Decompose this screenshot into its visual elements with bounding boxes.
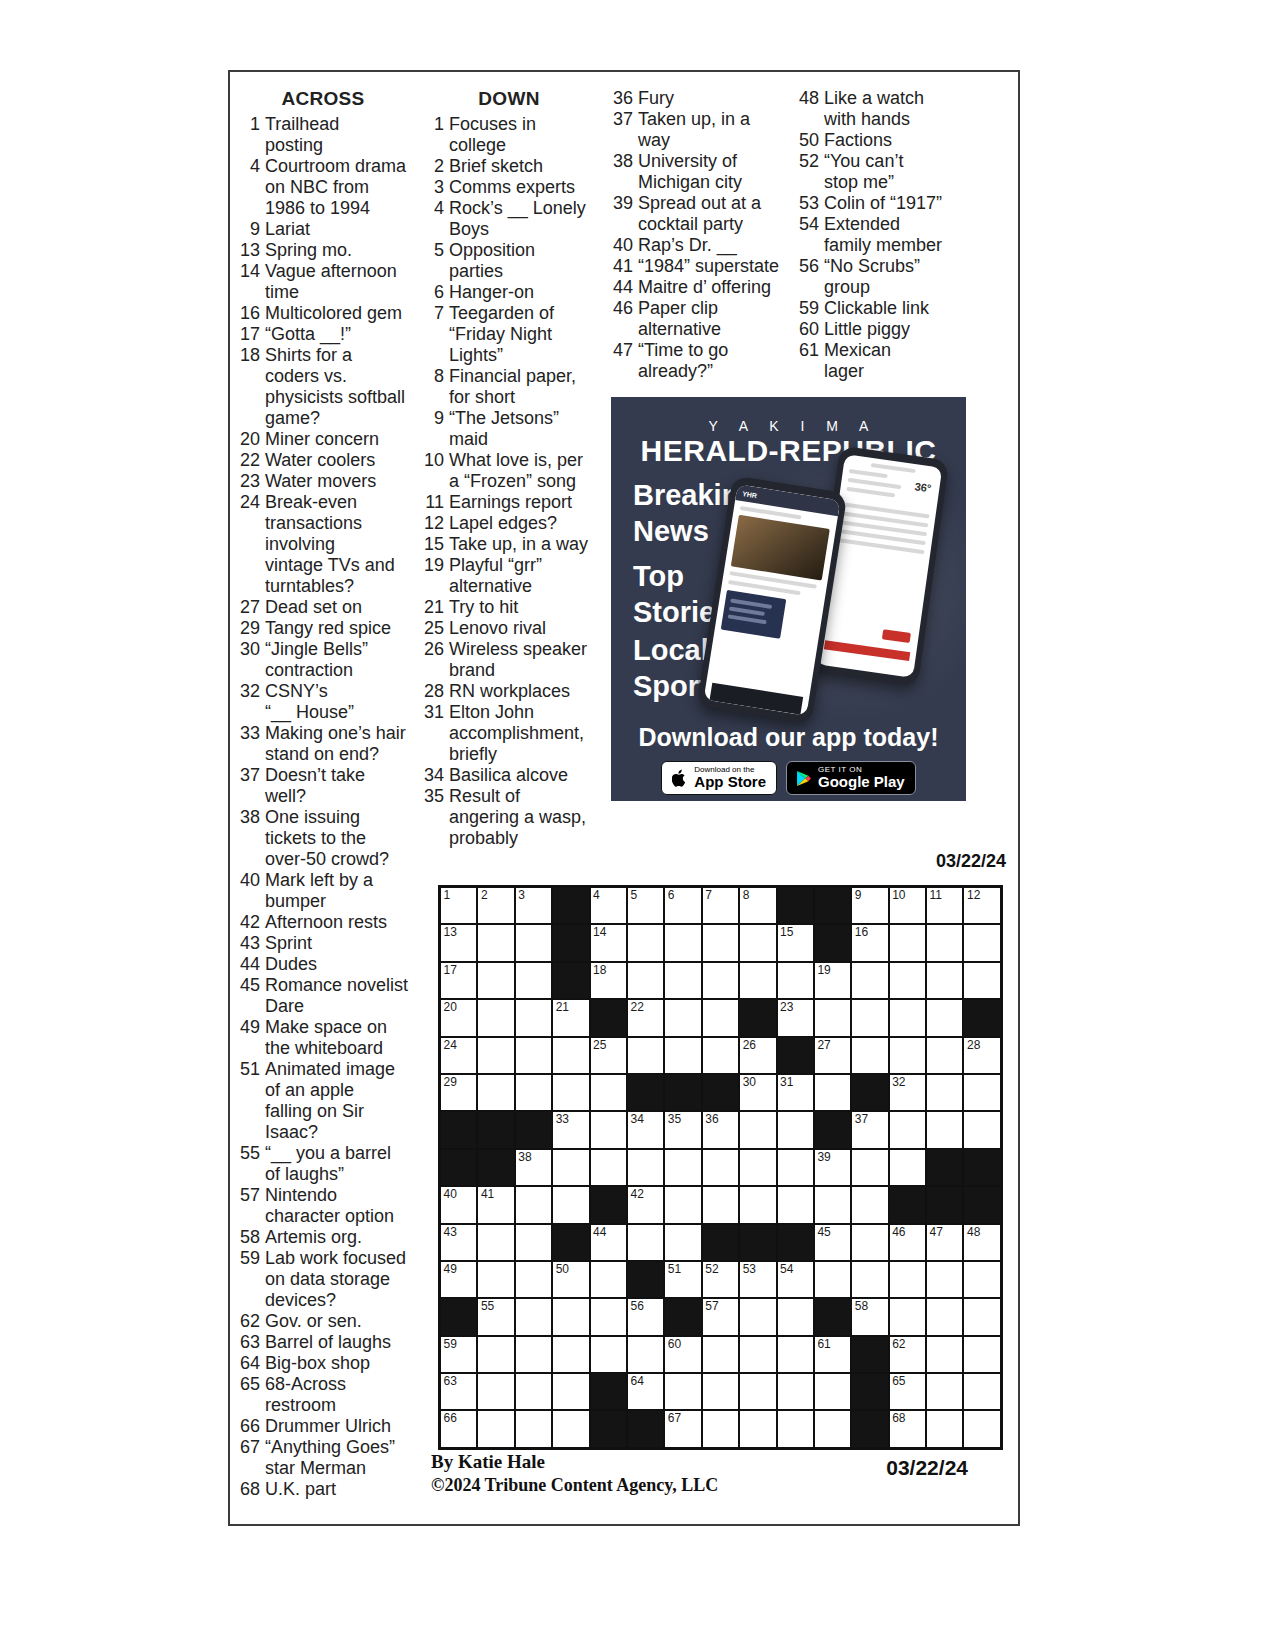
- grid-cell-black: [964, 1000, 999, 1035]
- clue-text: Spread out at a cocktail party: [638, 193, 761, 235]
- grid-cell[interactable]: [516, 1374, 551, 1409]
- grid-cell[interactable]: [740, 1187, 775, 1222]
- grid-cell[interactable]: [740, 1411, 775, 1446]
- clue-item: 59Clickable link: [797, 298, 977, 319]
- grid-cell[interactable]: [927, 963, 962, 998]
- grid-cell[interactable]: 54: [778, 1262, 813, 1297]
- grid-cell[interactable]: 52: [703, 1262, 738, 1297]
- clue-item: 40Mark left by a bumper: [238, 870, 420, 912]
- grid-cell[interactable]: [703, 1000, 738, 1035]
- clue-text: Big-box shop: [265, 1353, 370, 1374]
- grid-cell[interactable]: [703, 1411, 738, 1446]
- grid-cell[interactable]: [478, 1038, 513, 1073]
- grid-cell[interactable]: 4: [591, 888, 626, 923]
- grid-cell[interactable]: [553, 1411, 588, 1446]
- grid-cell[interactable]: [815, 1075, 850, 1110]
- grid-cell-black: [591, 1187, 626, 1222]
- grid-cell[interactable]: [591, 1262, 626, 1297]
- grid-cell[interactable]: [553, 1150, 588, 1185]
- grid-cell[interactable]: [665, 1150, 700, 1185]
- cell-number: 46: [892, 1226, 905, 1238]
- ad-masthead-kicker: Y A K I M A: [611, 418, 966, 434]
- clue-item: 40Rap’s Dr. __: [611, 235, 795, 256]
- cell-number: 8: [743, 889, 750, 901]
- clue-item: 66Drummer Ulrich: [238, 1416, 420, 1437]
- clue-number: 42: [238, 912, 260, 933]
- clue-number: 9: [424, 408, 444, 429]
- cell-number: 60: [668, 1338, 681, 1350]
- grid-cell[interactable]: [703, 1337, 738, 1372]
- grid-cell[interactable]: 55: [478, 1299, 513, 1334]
- down-clues-column-2: 36Fury37Taken up, in a way38University o…: [611, 88, 795, 382]
- grid-cell[interactable]: 56: [628, 1299, 663, 1334]
- grid-cell[interactable]: [890, 963, 925, 998]
- grid-cell[interactable]: [516, 1187, 551, 1222]
- clue-number: 23: [238, 471, 260, 492]
- cell-number: 45: [817, 1226, 830, 1238]
- grid-cell[interactable]: 37: [852, 1112, 887, 1147]
- grid-cell[interactable]: 18: [591, 963, 626, 998]
- cell-number: 21: [556, 1001, 569, 1013]
- grid-cell[interactable]: 51: [665, 1262, 700, 1297]
- grid-cell[interactable]: [740, 1374, 775, 1409]
- clue-item: 42Afternoon rests: [238, 912, 420, 933]
- grid-cell[interactable]: 40: [441, 1187, 476, 1222]
- clue-text: Like a watch with hands: [824, 88, 924, 130]
- clue-number: 60: [797, 319, 819, 340]
- grid-cell[interactable]: [890, 925, 925, 960]
- down-clue-list-1: 1Focuses in college2Brief sketch3Comms e…: [424, 114, 608, 849]
- grid-cell[interactable]: 36: [703, 1112, 738, 1147]
- clue-number: 64: [238, 1353, 260, 1374]
- grid-cell[interactable]: 19: [815, 963, 850, 998]
- grid-cell[interactable]: [927, 1075, 962, 1110]
- clue-text: Teegarden of “Friday Night Lights”: [449, 303, 554, 366]
- clue-item: 45Romance novelist Dare: [238, 975, 420, 1017]
- grid-cell[interactable]: [478, 1337, 513, 1372]
- clue-text: Water movers: [265, 471, 376, 492]
- grid-cell[interactable]: 41: [478, 1187, 513, 1222]
- grid-cell[interactable]: [778, 1150, 813, 1185]
- grid-cell-black: [890, 1187, 925, 1222]
- grid-cell[interactable]: [890, 1150, 925, 1185]
- grid-cell[interactable]: [665, 1000, 700, 1035]
- clue-number: 48: [797, 88, 819, 109]
- clue-item: 41“1984” superstate: [611, 256, 795, 277]
- grid-cell[interactable]: 49: [441, 1262, 476, 1297]
- clue-text: Maitre d’ offering: [638, 277, 771, 298]
- grid-cell[interactable]: [740, 925, 775, 960]
- grid-cell[interactable]: [964, 1112, 999, 1147]
- grid-cell[interactable]: 27: [815, 1038, 850, 1073]
- grid-cell[interactable]: [927, 1038, 962, 1073]
- grid-cell[interactable]: [740, 963, 775, 998]
- grid-cell[interactable]: 42: [628, 1187, 663, 1222]
- grid-cell[interactable]: [478, 963, 513, 998]
- grid-cell[interactable]: [703, 1374, 738, 1409]
- cell-number: 32: [892, 1076, 905, 1088]
- grid-cell[interactable]: [516, 1337, 551, 1372]
- grid-cell[interactable]: [927, 1299, 962, 1334]
- grid-cell[interactable]: [778, 1299, 813, 1334]
- grid-cell[interactable]: [516, 1000, 551, 1035]
- grid-cell[interactable]: 11: [927, 888, 962, 923]
- clue-text: Rock’s __ Lonely Boys: [449, 198, 586, 240]
- grid-cell[interactable]: 21: [553, 1000, 588, 1035]
- cell-number: 42: [630, 1188, 643, 1200]
- grid-cell[interactable]: 59: [441, 1337, 476, 1372]
- grid-cell[interactable]: 16: [852, 925, 887, 960]
- clue-number: 44: [611, 277, 633, 298]
- grid-cell[interactable]: [628, 925, 663, 960]
- grid-cell[interactable]: [778, 1374, 813, 1409]
- grid-cell[interactable]: [516, 1262, 551, 1297]
- grid-cell[interactable]: 13: [441, 925, 476, 960]
- grid-cell[interactable]: [703, 1038, 738, 1073]
- grid-cell[interactable]: [591, 1299, 626, 1334]
- grid-cell[interactable]: 45: [815, 1225, 850, 1260]
- clue-item: 19Playful “grr” alternative: [424, 555, 608, 597]
- grid-cell[interactable]: 29: [441, 1075, 476, 1110]
- clue-text: Elton John accomplishment, briefly: [449, 702, 584, 765]
- grid-cell[interactable]: [478, 1374, 513, 1409]
- grid-cell[interactable]: [740, 1112, 775, 1147]
- grid-cell[interactable]: [478, 1225, 513, 1260]
- clue-number: 58: [238, 1227, 260, 1248]
- grid-cell[interactable]: 67: [665, 1411, 700, 1446]
- clue-number: 18: [238, 345, 260, 366]
- clue-text: “1984” superstate: [638, 256, 779, 277]
- grid-cell[interactable]: [778, 1112, 813, 1147]
- grid-cell[interactable]: 64: [628, 1374, 663, 1409]
- clue-number: 40: [238, 870, 260, 891]
- grid-cell[interactable]: [964, 1374, 999, 1409]
- grid-cell[interactable]: 7: [703, 888, 738, 923]
- grid-cell-black: [591, 1411, 626, 1446]
- grid-cell[interactable]: [478, 1000, 513, 1035]
- grid-cell[interactable]: [553, 1337, 588, 1372]
- grid-cell[interactable]: [665, 1374, 700, 1409]
- cell-number: 38: [518, 1151, 531, 1163]
- clue-number: 44: [238, 954, 260, 975]
- grid-cell[interactable]: 34: [628, 1112, 663, 1147]
- grid-cell[interactable]: 32: [890, 1075, 925, 1110]
- grid-cell[interactable]: [815, 1411, 850, 1446]
- grid-cell[interactable]: 8: [740, 888, 775, 923]
- grid-cell[interactable]: [778, 1187, 813, 1222]
- grid-cell[interactable]: [815, 1262, 850, 1297]
- grid-cell[interactable]: [815, 1000, 850, 1035]
- grid-cell[interactable]: [591, 1075, 626, 1110]
- down-clues-column-1: DOWN 1Focuses in college2Brief sketch3Co…: [424, 88, 608, 849]
- grid-cell[interactable]: 62: [890, 1337, 925, 1372]
- grid-cell[interactable]: 53: [740, 1262, 775, 1297]
- clue-item: 54Extended family member: [797, 214, 977, 256]
- grid-cell[interactable]: 12: [964, 888, 999, 923]
- grid-cell[interactable]: [852, 1225, 887, 1260]
- grid-cell[interactable]: 68: [890, 1411, 925, 1446]
- clue-item: 38One issuing tickets to the over-50 cro…: [238, 807, 420, 870]
- cell-number: 23: [780, 1001, 793, 1013]
- grid-cell[interactable]: 60: [665, 1337, 700, 1372]
- grid-cell[interactable]: [478, 1262, 513, 1297]
- grid-cell[interactable]: [553, 1299, 588, 1334]
- grid-cell[interactable]: 6: [665, 888, 700, 923]
- grid-cell[interactable]: 35: [665, 1112, 700, 1147]
- grid-cell[interactable]: 48: [964, 1225, 999, 1260]
- cell-number: 15: [780, 926, 793, 938]
- grid-cell[interactable]: [927, 1000, 962, 1035]
- clue-text: Colin of “1917”: [824, 193, 942, 214]
- grid-cell[interactable]: [628, 1150, 663, 1185]
- grid-cell[interactable]: [890, 1112, 925, 1147]
- cell-number: 31: [780, 1076, 793, 1088]
- clue-item: 16Multicolored gem: [238, 303, 420, 324]
- grid-cell-black: [740, 1225, 775, 1260]
- clue-number: 37: [238, 765, 260, 786]
- grid-cell[interactable]: [665, 925, 700, 960]
- grid-cell[interactable]: 47: [927, 1225, 962, 1260]
- clue-text: U.K. part: [265, 1479, 336, 1500]
- grid-cell[interactable]: [516, 1075, 551, 1110]
- grid-cell[interactable]: 65: [890, 1374, 925, 1409]
- grid-cell[interactable]: 9: [852, 888, 887, 923]
- grid-cell[interactable]: [665, 1187, 700, 1222]
- cell-number: 63: [444, 1375, 457, 1387]
- grid-cell[interactable]: 30: [740, 1075, 775, 1110]
- grid-cell[interactable]: [927, 1411, 962, 1446]
- grid-cell[interactable]: [553, 1038, 588, 1073]
- grid-cell[interactable]: [516, 1411, 551, 1446]
- grid-cell[interactable]: [665, 1038, 700, 1073]
- clue-item: 50Factions: [797, 130, 977, 151]
- grid-cell[interactable]: [703, 1150, 738, 1185]
- grid-cell[interactable]: 63: [441, 1374, 476, 1409]
- grid-cell[interactable]: [964, 1299, 999, 1334]
- clue-text: Barrel of laughs: [265, 1332, 391, 1353]
- grid-cell[interactable]: [628, 963, 663, 998]
- grid-cell[interactable]: [740, 1150, 775, 1185]
- clue-text: Dead set on: [265, 597, 362, 618]
- clue-item: 37Doesn’t take well?: [238, 765, 420, 807]
- cell-number: 39: [817, 1151, 830, 1163]
- grid-cell[interactable]: [703, 1187, 738, 1222]
- clue-number: 29: [238, 618, 260, 639]
- grid-cell[interactable]: 3: [516, 888, 551, 923]
- news-photo-thumbnail: [731, 515, 830, 581]
- grid-cell[interactable]: [516, 1299, 551, 1334]
- cell-number: 22: [630, 1001, 643, 1013]
- grid-cell[interactable]: [852, 1150, 887, 1185]
- grid-cell[interactable]: 38: [516, 1150, 551, 1185]
- clue-item: 44Maitre d’ offering: [611, 277, 795, 298]
- clue-item: 18Shirts for a coders vs. physicists sof…: [238, 345, 420, 429]
- grid-cell[interactable]: [591, 1150, 626, 1185]
- clue-number: 55: [238, 1143, 260, 1164]
- cell-number: 26: [743, 1039, 756, 1051]
- grid-cell[interactable]: [703, 925, 738, 960]
- grid-cell[interactable]: [516, 1038, 551, 1073]
- down-clue-list-2: 36Fury37Taken up, in a way38University o…: [611, 88, 795, 382]
- clue-text: Paper clip alternative: [638, 298, 721, 340]
- cell-number: 14: [593, 926, 606, 938]
- clue-item: 32CSNY’s “__ House”: [238, 681, 420, 723]
- clue-text: CSNY’s “__ House”: [265, 681, 354, 723]
- grid-cell[interactable]: [890, 1000, 925, 1035]
- grid-cell[interactable]: [890, 1038, 925, 1073]
- grid-cell[interactable]: 10: [890, 888, 925, 923]
- grid-cell[interactable]: 58: [852, 1299, 887, 1334]
- cell-number: 11: [930, 889, 942, 901]
- google-play-badge[interactable]: GET IT ON Google Play: [786, 761, 916, 795]
- crossword-grid: 1234567891011121314151617181920212223242…: [438, 885, 1003, 1450]
- grid-cell[interactable]: 24: [441, 1038, 476, 1073]
- clue-text: What love is, per a “Frozen” song: [449, 450, 583, 492]
- grid-cell[interactable]: [852, 1000, 887, 1035]
- grid-cell[interactable]: [703, 963, 738, 998]
- cell-number: 68: [892, 1412, 905, 1424]
- grid-cell[interactable]: 1: [441, 888, 476, 923]
- grid-cell[interactable]: [927, 1374, 962, 1409]
- grid-cell[interactable]: [852, 1187, 887, 1222]
- grid-cell[interactable]: [964, 925, 999, 960]
- grid-cell-black: [478, 1150, 513, 1185]
- cell-number: 37: [855, 1113, 868, 1125]
- grid-cell[interactable]: 39: [815, 1150, 850, 1185]
- grid-cell[interactable]: [478, 1411, 513, 1446]
- cell-number: 1: [444, 889, 451, 901]
- clue-item: 33Making one’s hair stand on end?: [238, 723, 420, 765]
- grid-cell[interactable]: [665, 1225, 700, 1260]
- grid-cell[interactable]: [927, 1112, 962, 1147]
- clue-number: 52: [797, 151, 819, 172]
- grid-cell[interactable]: [665, 963, 700, 998]
- clue-text: Spring mo.: [265, 240, 352, 261]
- grid-cell[interactable]: [553, 1187, 588, 1222]
- grid-cell[interactable]: [591, 1337, 626, 1372]
- grid-cell[interactable]: 5: [628, 888, 663, 923]
- clue-item: 31Elton John accomplishment, briefly: [424, 702, 608, 765]
- clue-number: 38: [238, 807, 260, 828]
- clue-text: Opposition parties: [449, 240, 535, 282]
- clue-text: Mexican lager: [824, 340, 891, 382]
- clue-number: 41: [611, 256, 633, 277]
- grid-cell[interactable]: [852, 1262, 887, 1297]
- grid-cell[interactable]: [778, 963, 813, 998]
- clue-text: Lab work focused on data storage devices…: [265, 1248, 406, 1311]
- grid-cell[interactable]: [815, 1187, 850, 1222]
- grid-cell[interactable]: 26: [740, 1038, 775, 1073]
- clue-text: Gov. or sen.: [265, 1311, 362, 1332]
- grid-cell[interactable]: [890, 1262, 925, 1297]
- grid-cell[interactable]: 20: [441, 1000, 476, 1035]
- grid-cell[interactable]: [516, 925, 551, 960]
- clue-text: Tangy red spice: [265, 618, 391, 639]
- app-store-badge[interactable]: Download on the App Store: [661, 761, 777, 795]
- grid-cell[interactable]: [852, 963, 887, 998]
- grid-cell-black: [778, 1225, 813, 1260]
- grid-cell[interactable]: 33: [553, 1112, 588, 1147]
- grid-cell[interactable]: 15: [778, 925, 813, 960]
- grid-cell[interactable]: [516, 1225, 551, 1260]
- grid-cell[interactable]: 23: [778, 1000, 813, 1035]
- grid-cell[interactable]: [964, 1075, 999, 1110]
- clue-number: 57: [238, 1185, 260, 1206]
- grid-cell[interactable]: [553, 1374, 588, 1409]
- cell-number: 57: [705, 1300, 718, 1312]
- grid-cell[interactable]: 28: [964, 1038, 999, 1073]
- grid-cell[interactable]: 43: [441, 1225, 476, 1260]
- clue-number: 33: [238, 723, 260, 744]
- grid-cell[interactable]: [740, 1337, 775, 1372]
- grid-cell[interactable]: [591, 1112, 626, 1147]
- grid-cell[interactable]: [852, 1038, 887, 1073]
- grid-cell[interactable]: 44: [591, 1225, 626, 1260]
- grid-cell[interactable]: [778, 1337, 813, 1372]
- grid-cell[interactable]: [478, 925, 513, 960]
- grid-cell[interactable]: [964, 1337, 999, 1372]
- grid-cell[interactable]: 50: [553, 1262, 588, 1297]
- grid-cell[interactable]: [778, 1411, 813, 1446]
- grid-cell[interactable]: [740, 1299, 775, 1334]
- clue-number: 15: [424, 534, 444, 555]
- grid-cell[interactable]: [628, 1038, 663, 1073]
- grid-cell[interactable]: 46: [890, 1225, 925, 1260]
- clue-number: 46: [611, 298, 633, 319]
- grid-cell[interactable]: [890, 1299, 925, 1334]
- grid-cell[interactable]: [964, 1262, 999, 1297]
- grid-cell[interactable]: 31: [778, 1075, 813, 1110]
- grid-cell[interactable]: 57: [703, 1299, 738, 1334]
- cell-number: 66: [444, 1412, 457, 1424]
- clue-item: 13Spring mo.: [238, 240, 420, 261]
- grid-cell[interactable]: [964, 1411, 999, 1446]
- cell-number: 7: [705, 889, 712, 901]
- clue-text: 68-Across restroom: [265, 1374, 346, 1416]
- grid-cell[interactable]: 66: [441, 1411, 476, 1446]
- cell-number: 3: [518, 889, 525, 901]
- cell-number: 24: [444, 1039, 457, 1051]
- grid-cell[interactable]: [553, 1075, 588, 1110]
- grid-cell[interactable]: [628, 1225, 663, 1260]
- news-dark-card: [721, 590, 787, 639]
- grid-cell[interactable]: [927, 1337, 962, 1372]
- clue-item: 15Take up, in a way: [424, 534, 608, 555]
- grid-cell[interactable]: [478, 1075, 513, 1110]
- grid-cell-black: [778, 888, 813, 923]
- grid-cell[interactable]: 61: [815, 1337, 850, 1372]
- grid-cell[interactable]: 14: [591, 925, 626, 960]
- clue-item: 59Lab work focused on data storage devic…: [238, 1248, 420, 1311]
- grid-cell[interactable]: [927, 925, 962, 960]
- grid-cell[interactable]: 25: [591, 1038, 626, 1073]
- clue-text: Courtroom drama on NBC from 1986 to 1994: [265, 156, 406, 219]
- clue-text: Fury: [638, 88, 674, 109]
- grid-cell[interactable]: [815, 1374, 850, 1409]
- clue-item: 53Colin of “1917”: [797, 193, 977, 214]
- grid-cell-black: [628, 1411, 663, 1446]
- clue-number: 32: [238, 681, 260, 702]
- grid-cell[interactable]: 2: [478, 888, 513, 923]
- grid-cell[interactable]: 22: [628, 1000, 663, 1035]
- clue-number: 9: [238, 219, 260, 240]
- grid-cell[interactable]: [628, 1337, 663, 1372]
- grid-cell[interactable]: 17: [441, 963, 476, 998]
- grid-cell[interactable]: [927, 1262, 962, 1297]
- clue-number: 6: [424, 282, 444, 303]
- grid-cell[interactable]: [964, 963, 999, 998]
- grid-cell[interactable]: [516, 963, 551, 998]
